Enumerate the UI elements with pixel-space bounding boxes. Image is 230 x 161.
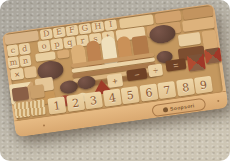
striped-grain-block xyxy=(30,99,47,116)
letter-tile: D xyxy=(40,28,53,40)
brand-label: Soopsori xyxy=(170,102,195,111)
multiply-tile: × xyxy=(10,68,24,81)
number-tile: 2 xyxy=(66,94,85,112)
letter-tile: G xyxy=(78,23,91,35)
screw-dot xyxy=(43,124,45,126)
number-tile: 3 xyxy=(84,91,103,109)
letter-tile: m xyxy=(7,56,19,68)
letter-tile: d xyxy=(18,43,30,55)
number-tile: 9 xyxy=(194,76,213,94)
letter-tile: o xyxy=(37,40,50,53)
striped-grain-block xyxy=(14,101,31,118)
brand-plate: Soopsori xyxy=(151,98,206,117)
walnut-cube-block xyxy=(12,86,30,101)
plain-block xyxy=(24,66,37,79)
number-tile: 4 xyxy=(103,89,122,107)
screw-dot xyxy=(217,100,219,102)
plain-block xyxy=(57,49,70,59)
letter-tile: F xyxy=(65,25,78,37)
number-tile: 6 xyxy=(139,83,158,101)
number-tile: 5 xyxy=(121,86,140,104)
letter-tile: I xyxy=(104,19,117,31)
wooden-tray: D E F G H I c d o p q r s t m n × xyxy=(2,4,228,137)
letter-tile: n xyxy=(19,55,31,67)
letter-tile: c xyxy=(7,44,19,56)
symbol-tile: + xyxy=(107,73,124,88)
photo-of-wooden-block-set: D E F G H I c d o p q r s t m n × xyxy=(0,0,230,161)
red-cross-square-block xyxy=(187,54,206,72)
number-tile: 7 xyxy=(157,81,176,99)
number-tile: 1 xyxy=(47,96,66,114)
letter-tile: p xyxy=(50,38,63,51)
plain-block xyxy=(29,84,45,99)
letter-tile: H xyxy=(91,21,104,33)
number-tile: 8 xyxy=(176,78,195,96)
symbol-tile: ÷ xyxy=(148,63,164,77)
brand-logo-icon xyxy=(163,107,169,113)
red-cross-square-block xyxy=(204,47,222,64)
letter-tile: E xyxy=(53,27,66,39)
